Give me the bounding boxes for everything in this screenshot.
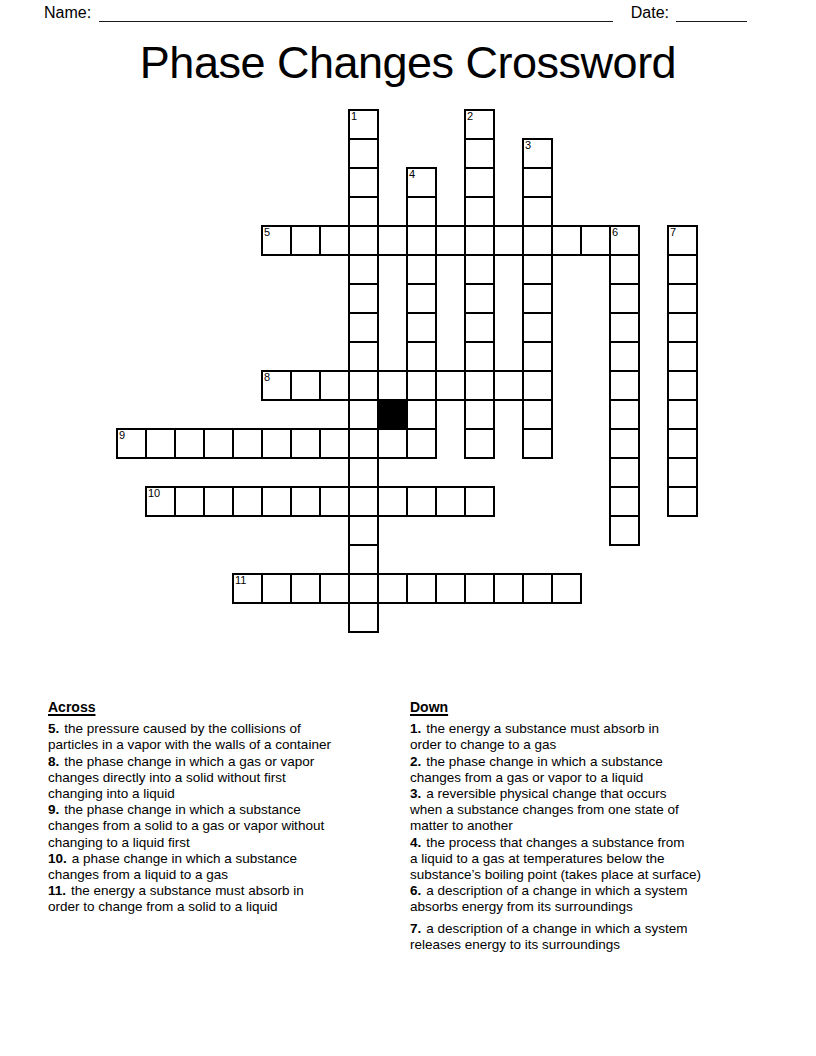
grid-cell[interactable]	[233, 487, 262, 516]
grid-cell[interactable]	[668, 371, 697, 400]
clue-text: a description of a change in which a sys…	[410, 921, 687, 952]
grid-cell[interactable]	[291, 487, 320, 516]
grid-cell[interactable]	[610, 458, 639, 487]
cell-number: 7	[670, 227, 676, 238]
grid-cell[interactable]	[349, 429, 378, 458]
grid-cell[interactable]: 11	[233, 574, 262, 603]
crossword-grid: 1234567891011	[117, 110, 697, 632]
grid-cell[interactable]	[668, 400, 697, 429]
grid-cell[interactable]	[320, 487, 349, 516]
grid-cell[interactable]	[349, 516, 378, 545]
grid-cell[interactable]	[320, 574, 349, 603]
grid-cell[interactable]	[378, 487, 407, 516]
grid-cell[interactable]	[407, 226, 436, 255]
clue-text: the pressure caused by the collisions of…	[48, 721, 331, 752]
grid-cell[interactable]	[378, 226, 407, 255]
grid-cell[interactable]	[610, 255, 639, 284]
clue-number: 2.	[410, 754, 421, 769]
date-label: Date:	[631, 4, 669, 22]
blocked-cell	[378, 400, 407, 429]
clue-text: the phase change in which a gas or vapor…	[48, 754, 314, 801]
grid-cell[interactable]	[668, 284, 697, 313]
header-row: Name: Date:	[44, 2, 747, 22]
grid-cell[interactable]	[349, 400, 378, 429]
cell-number: 1	[351, 111, 357, 122]
grid-cell[interactable]	[668, 255, 697, 284]
grid-cell[interactable]	[233, 429, 262, 458]
grid-cell[interactable]	[610, 429, 639, 458]
clue-number: 4.	[410, 835, 421, 850]
clue-text: the process that changes a substance fro…	[410, 835, 701, 882]
grid-cell[interactable]: 10	[146, 487, 175, 516]
cell-number: 6	[612, 227, 618, 238]
clue-down-4: 4.the process that changes a substance f…	[410, 835, 785, 884]
clue-number: 1.	[410, 721, 421, 736]
clue-across-10: 10.a phase change in which a substance c…	[48, 851, 413, 883]
date-blank-line[interactable]	[676, 4, 747, 22]
down-clues-section: Down 1.the energy a substance must absor…	[410, 699, 785, 953]
clue-across-11: 11.the energy a substance must absorb in…	[48, 883, 413, 915]
clue-across-8: 8.the phase change in which a gas or vap…	[48, 754, 413, 803]
cell-number: 5	[264, 227, 270, 238]
grid-cell[interactable]	[465, 284, 494, 313]
grid-cell[interactable]	[349, 342, 378, 371]
grid-cell[interactable]	[523, 168, 552, 197]
clue-text: the phase change in which a substance ch…	[410, 754, 663, 785]
grid-cell[interactable]	[320, 429, 349, 458]
cell-number: 2	[467, 111, 473, 122]
grid-cell[interactable]	[668, 429, 697, 458]
clue-text: the energy a substance must absorb in or…	[48, 883, 304, 914]
grid-cell[interactable]	[465, 574, 494, 603]
grid-cell[interactable]	[494, 226, 523, 255]
grid-cell[interactable]	[465, 371, 494, 400]
grid-cell[interactable]	[523, 313, 552, 342]
clue-down-6: 6.a description of a change in which a s…	[410, 883, 785, 915]
grid-cell[interactable]	[175, 429, 204, 458]
grid-cell[interactable]	[668, 487, 697, 516]
grid-cell[interactable]	[465, 255, 494, 284]
grid-cell[interactable]	[465, 429, 494, 458]
grid-cell[interactable]	[465, 342, 494, 371]
grid-cell[interactable]	[204, 429, 233, 458]
clue-down-3: 3.a reversible physical change that occu…	[410, 786, 785, 835]
grid-cell[interactable]	[407, 342, 436, 371]
grid-cell[interactable]: 1	[349, 110, 378, 139]
across-header: Across	[48, 699, 413, 715]
clue-down-7: 7.a description of a change in which a s…	[410, 921, 785, 953]
grid-cell[interactable]	[291, 429, 320, 458]
clue-down-1: 1.the energy a substance must absorb in …	[410, 721, 785, 753]
grid-cell[interactable]	[407, 400, 436, 429]
clue-number: 9.	[48, 802, 59, 817]
grid-cell[interactable]: 3	[523, 139, 552, 168]
grid-cell[interactable]	[349, 371, 378, 400]
clue-number: 8.	[48, 754, 59, 769]
grid-cell[interactable]	[407, 487, 436, 516]
grid-cell[interactable]	[494, 371, 523, 400]
clue-across-9: 9.the phase change in which a substance …	[48, 802, 413, 851]
grid-cell[interactable]	[610, 342, 639, 371]
grid-cell[interactable]	[610, 400, 639, 429]
grid-cell[interactable]	[349, 255, 378, 284]
name-blank-line[interactable]	[99, 4, 613, 22]
grid-cell[interactable]	[523, 429, 552, 458]
grid-cell[interactable]	[436, 574, 465, 603]
clue-text: the energy a substance must absorb in or…	[410, 721, 659, 752]
grid-cell[interactable]	[349, 168, 378, 197]
cell-number: 4	[409, 169, 415, 180]
grid-cell[interactable]	[465, 400, 494, 429]
grid-cell[interactable]	[523, 226, 552, 255]
grid-cell[interactable]	[436, 487, 465, 516]
grid-cell[interactable]	[349, 545, 378, 574]
grid-cell[interactable]	[291, 226, 320, 255]
grid-cell[interactable]: 4	[407, 168, 436, 197]
grid-cell[interactable]	[581, 226, 610, 255]
grid-cell[interactable]	[320, 226, 349, 255]
grid-cell[interactable]	[668, 342, 697, 371]
cell-number: 11	[235, 575, 246, 586]
grid-cell[interactable]	[378, 429, 407, 458]
grid-cell[interactable]	[465, 487, 494, 516]
grid-cell[interactable]	[668, 458, 697, 487]
clue-number: 10.	[48, 851, 67, 866]
grid-cell[interactable]	[552, 226, 581, 255]
grid-cell[interactable]	[465, 139, 494, 168]
grid-cell[interactable]	[465, 197, 494, 226]
clue-number: 5.	[48, 721, 59, 736]
grid-cell[interactable]	[407, 284, 436, 313]
grid-cell[interactable]	[407, 197, 436, 226]
grid-cell[interactable]	[349, 139, 378, 168]
grid-cell[interactable]	[378, 371, 407, 400]
across-clues-section: Across 5.the pressure caused by the coll…	[48, 699, 413, 916]
grid-cell[interactable]	[465, 313, 494, 342]
grid-cell[interactable]	[349, 458, 378, 487]
cell-number: 9	[119, 430, 125, 441]
grid-cell[interactable]	[523, 197, 552, 226]
grid-cell[interactable]	[349, 487, 378, 516]
grid-cell[interactable]: 9	[117, 429, 146, 458]
clue-across-5: 5.the pressure caused by the collisions …	[48, 721, 413, 753]
name-label: Name:	[44, 4, 91, 22]
grid-cell[interactable]	[552, 574, 581, 603]
clue-number: 6.	[410, 883, 421, 898]
grid-cell[interactable]	[523, 342, 552, 371]
grid-cell[interactable]	[494, 574, 523, 603]
cell-number: 10	[148, 488, 160, 499]
grid-cell[interactable]	[610, 313, 639, 342]
cell-number: 8	[264, 372, 270, 383]
clue-number: 3.	[410, 786, 421, 801]
grid-cell[interactable]	[291, 574, 320, 603]
grid-cell[interactable]	[349, 603, 378, 632]
grid-cell[interactable]	[291, 371, 320, 400]
grid-cell[interactable]: 5	[262, 226, 291, 255]
grid-cell[interactable]	[349, 284, 378, 313]
grid-cell[interactable]	[146, 429, 175, 458]
grid-cell[interactable]	[407, 371, 436, 400]
clue-number: 7.	[410, 921, 421, 936]
clue-number: 11.	[48, 883, 66, 898]
grid-cell[interactable]	[175, 487, 204, 516]
page-title: Phase Changes Crossword	[0, 36, 816, 90]
grid-cell[interactable]	[262, 574, 291, 603]
grid-cell[interactable]: 6	[610, 226, 639, 255]
grid-cell[interactable]	[407, 255, 436, 284]
grid-cell[interactable]	[436, 371, 465, 400]
grid-cell[interactable]	[523, 400, 552, 429]
grid-cell[interactable]	[523, 284, 552, 313]
grid-cell[interactable]	[523, 371, 552, 400]
grid-cell[interactable]	[668, 313, 697, 342]
grid-cell[interactable]	[407, 574, 436, 603]
grid-cell[interactable]	[610, 284, 639, 313]
grid-cell[interactable]	[262, 487, 291, 516]
grid-cell[interactable]	[204, 487, 233, 516]
grid-cell[interactable]: 8	[262, 371, 291, 400]
grid-cell[interactable]	[523, 574, 552, 603]
down-header: Down	[410, 699, 785, 715]
clue-text: a reversible physical change that occurs…	[410, 786, 679, 833]
grid-cell[interactable]	[610, 487, 639, 516]
grid-cell[interactable]	[465, 168, 494, 197]
grid-cell[interactable]	[523, 255, 552, 284]
grid-cell[interactable]	[610, 516, 639, 545]
grid-cell[interactable]: 7	[668, 226, 697, 255]
grid-cell[interactable]	[320, 371, 349, 400]
grid-cell[interactable]	[349, 197, 378, 226]
worksheet-page: Name: Date: Phase Changes Crossword 1234…	[0, 0, 816, 1056]
grid-cell[interactable]: 2	[465, 110, 494, 139]
grid-cell[interactable]	[465, 226, 494, 255]
grid-cell[interactable]	[349, 574, 378, 603]
cell-number: 3	[525, 140, 531, 151]
clue-text: the phase change in which a substance ch…	[48, 802, 324, 849]
grid-cell[interactable]	[407, 313, 436, 342]
clue-down-2: 2.the phase change in which a substance …	[410, 754, 785, 786]
grid-cell[interactable]	[407, 429, 436, 458]
clue-text: a description of a change in which a sys…	[410, 883, 687, 914]
grid-cell[interactable]	[436, 226, 465, 255]
clue-text: a phase change in which a substance chan…	[48, 851, 297, 882]
grid-cell[interactable]	[378, 574, 407, 603]
grid-cell[interactable]	[349, 226, 378, 255]
grid-cell[interactable]	[262, 429, 291, 458]
grid-cell[interactable]	[610, 371, 639, 400]
grid-cell[interactable]	[349, 313, 378, 342]
